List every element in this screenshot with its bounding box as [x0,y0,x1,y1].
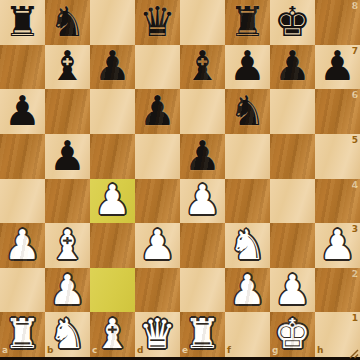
square-h7[interactable]: ♟7 [315,45,360,90]
square-h5[interactable]: 5 [315,134,360,179]
square-g7[interactable]: ♟ [270,45,315,90]
black-pawn-a6[interactable]: ♟ [0,89,45,134]
square-f7[interactable]: ♟ [225,45,270,90]
rank-label-5: 5 [352,136,358,145]
square-e7[interactable]: ♝ [180,45,225,90]
square-f2[interactable]: ♟ [225,268,270,313]
square-c1[interactable]: ♝c [90,312,135,357]
square-d4[interactable] [135,179,180,224]
square-e2[interactable] [180,268,225,313]
white-rook-e1[interactable]: ♜ [180,312,225,357]
square-a3[interactable]: ♟ [0,223,45,268]
square-c3[interactable] [90,223,135,268]
square-h8[interactable]: 8 [315,0,360,45]
square-b5[interactable]: ♟ [45,134,90,179]
square-f1[interactable]: f [225,312,270,357]
square-c2[interactable] [90,268,135,313]
square-e1[interactable]: ♜e [180,312,225,357]
square-g8[interactable]: ♚ [270,0,315,45]
black-king-g8[interactable]: ♚ [270,0,315,45]
black-bishop-b7[interactable]: ♝ [45,45,90,90]
white-knight-f3[interactable]: ♞ [225,223,270,268]
square-f6[interactable]: ♞ [225,89,270,134]
square-d2[interactable] [135,268,180,313]
board-resize-handle[interactable] [347,344,359,356]
white-pawn-d3[interactable]: ♟ [135,223,180,268]
square-c5[interactable] [90,134,135,179]
file-label-h: h [317,346,323,355]
black-knight-f6[interactable]: ♞ [225,89,270,134]
rank-label-2: 2 [352,270,358,279]
square-h3[interactable]: ♟3 [315,223,360,268]
square-a6[interactable]: ♟ [0,89,45,134]
white-pawn-b2[interactable]: ♟ [45,268,90,313]
square-b8[interactable]: ♞ [45,0,90,45]
square-b4[interactable] [45,179,90,224]
square-e8[interactable] [180,0,225,45]
chess-board: ♜♞♛♜♚8♝♟♝♟♟♟7♟♟♞6♟♟5♟♟4♟♝♟♞♟3♟♟♟2♜a♞b♝c♛… [0,0,360,357]
square-d7[interactable] [135,45,180,90]
square-d8[interactable]: ♛ [135,0,180,45]
square-h4[interactable]: 4 [315,179,360,224]
square-g3[interactable] [270,223,315,268]
white-king-g1[interactable]: ♚ [270,312,315,357]
square-f8[interactable]: ♜ [225,0,270,45]
rank-label-6: 6 [352,91,358,100]
rank-label-8: 8 [352,2,358,11]
square-e6[interactable] [180,89,225,134]
square-d1[interactable]: ♛d [135,312,180,357]
white-pawn-f2[interactable]: ♟ [225,268,270,313]
black-pawn-f7[interactable]: ♟ [225,45,270,90]
square-b1[interactable]: ♞b [45,312,90,357]
white-pawn-a3[interactable]: ♟ [0,223,45,268]
square-c8[interactable] [90,0,135,45]
square-g1[interactable]: ♚g [270,312,315,357]
square-a1[interactable]: ♜a [0,312,45,357]
square-d3[interactable]: ♟ [135,223,180,268]
square-h2[interactable]: 2 [315,268,360,313]
square-f4[interactable] [225,179,270,224]
square-b3[interactable]: ♝ [45,223,90,268]
black-pawn-h7[interactable]: ♟ [315,45,360,90]
square-a4[interactable] [0,179,45,224]
square-g6[interactable] [270,89,315,134]
square-d6[interactable]: ♟ [135,89,180,134]
black-pawn-c7[interactable]: ♟ [90,45,135,90]
square-b2[interactable]: ♟ [45,268,90,313]
black-pawn-d6[interactable]: ♟ [135,89,180,134]
black-bishop-e7[interactable]: ♝ [180,45,225,90]
black-knight-b8[interactable]: ♞ [45,0,90,45]
black-queen-d8[interactable]: ♛ [135,0,180,45]
square-b6[interactable] [45,89,90,134]
resize-grip-icon [347,347,359,359]
file-label-f: f [227,346,231,355]
black-pawn-e5[interactable]: ♟ [180,134,225,179]
square-b7[interactable]: ♝ [45,45,90,90]
square-d5[interactable] [135,134,180,179]
white-bishop-c1[interactable]: ♝ [90,312,135,357]
white-pawn-g2[interactable]: ♟ [270,268,315,313]
square-h6[interactable]: 6 [315,89,360,134]
square-f3[interactable]: ♞ [225,223,270,268]
white-rook-a1[interactable]: ♜ [0,312,45,357]
black-rook-f8[interactable]: ♜ [225,0,270,45]
white-queen-d1[interactable]: ♛ [135,312,180,357]
white-pawn-h3[interactable]: ♟ [315,223,360,268]
white-bishop-b3[interactable]: ♝ [45,223,90,268]
square-e4[interactable]: ♟ [180,179,225,224]
black-pawn-g7[interactable]: ♟ [270,45,315,90]
white-pawn-c4[interactable]: ♟ [90,179,135,224]
rank-label-1: 1 [352,314,358,323]
white-pawn-e4[interactable]: ♟ [180,179,225,224]
square-e5[interactable]: ♟ [180,134,225,179]
square-c6[interactable] [90,89,135,134]
chess-app: ♜♞♛♜♚8♝♟♝♟♟♟7♟♟♞6♟♟5♟♟4♟♝♟♞♟3♟♟♟2♜a♞b♝c♛… [0,0,360,360]
white-knight-b1[interactable]: ♞ [45,312,90,357]
square-g5[interactable] [270,134,315,179]
square-c4[interactable]: ♟ [90,179,135,224]
square-g4[interactable] [270,179,315,224]
square-a2[interactable] [0,268,45,313]
square-f5[interactable] [225,134,270,179]
square-a7[interactable] [0,45,45,90]
square-a5[interactable] [0,134,45,179]
square-a8[interactable]: ♜ [0,0,45,45]
black-pawn-b5[interactable]: ♟ [45,134,90,179]
square-g2[interactable]: ♟ [270,268,315,313]
square-c7[interactable]: ♟ [90,45,135,90]
black-rook-a8[interactable]: ♜ [0,0,45,45]
square-e3[interactable] [180,223,225,268]
rank-label-4: 4 [352,181,358,190]
